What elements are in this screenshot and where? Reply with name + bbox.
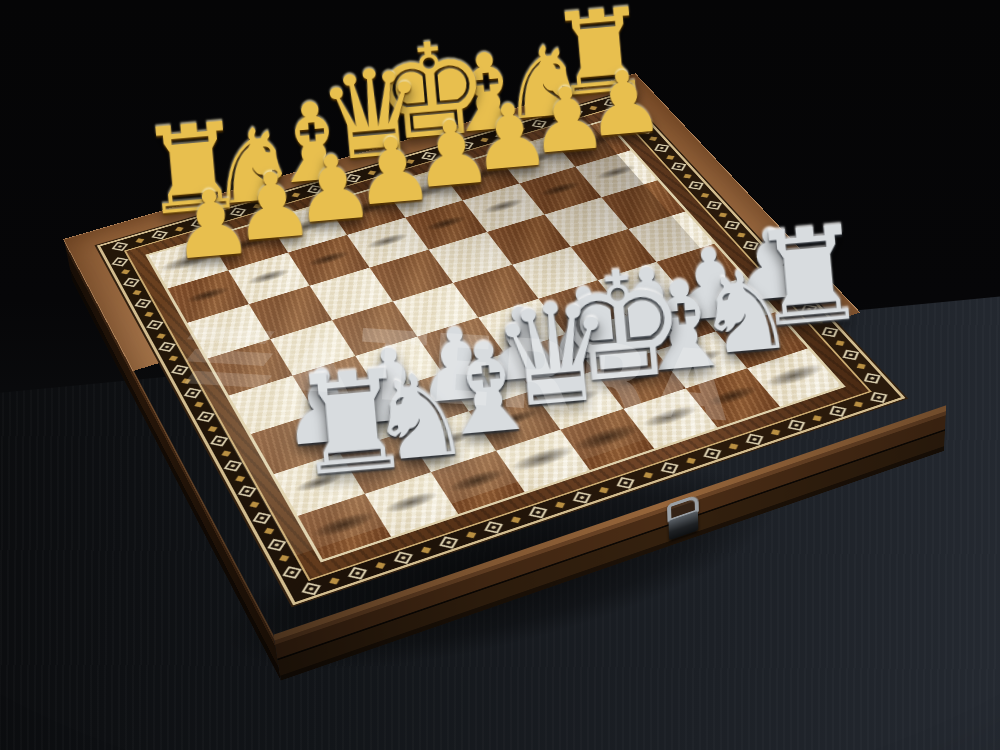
- inlay-diamond-icon: [237, 486, 256, 498]
- inlay-gold-diamond-icon: [853, 401, 862, 407]
- inlay-diamond-icon: [458, 141, 473, 149]
- inlay-gold-diamond-icon: [292, 192, 301, 197]
- inlay-gold-diamond-icon: [235, 476, 245, 482]
- inlay-diamond-icon: [567, 109, 582, 117]
- inlay-gold-diamond-icon: [775, 274, 784, 279]
- inlay-gold-diamond-icon: [815, 318, 824, 323]
- square-a5[interactable]: [208, 339, 293, 395]
- inlay-gold-diamond-icon: [156, 333, 165, 338]
- square-e3[interactable]: [505, 334, 594, 391]
- inlay-gold-diamond-icon: [375, 562, 385, 569]
- inlay-diamond-icon: [724, 221, 740, 230]
- inlay-diamond-icon: [637, 126, 652, 134]
- square-b4[interactable]: [293, 356, 380, 413]
- square-e2[interactable]: [532, 371, 624, 430]
- inlay-gold-diamond-icon: [480, 138, 488, 142]
- inlay-gold-diamond-icon: [683, 174, 691, 179]
- inlay-diamond-icon: [531, 120, 546, 128]
- inlay-diamond-icon: [111, 257, 128, 266]
- inlay-gold-diamond-icon: [718, 213, 726, 218]
- square-c3[interactable]: [380, 373, 469, 432]
- inlay-gold-diamond-icon: [856, 364, 865, 370]
- inlay-gold-diamond-icon: [406, 159, 414, 163]
- inlay-gold-diamond-icon: [168, 356, 177, 361]
- inlay-diamond-icon: [111, 242, 128, 251]
- inlay-diamond-icon: [345, 174, 361, 182]
- inlay-diamond-icon: [421, 152, 437, 160]
- inlay-gold-diamond-icon: [249, 502, 259, 508]
- chess-box: ♜♞♝♛♚♝♞♜♟♟♟♟♟♟♟♟♟♟♟♟♟♟♟♟♜♞♝♛♚♝♞♜: [64, 74, 946, 635]
- square-a1[interactable]: [298, 494, 391, 560]
- inlay-gold-diamond-icon: [135, 238, 144, 243]
- inlay-diamond-icon: [134, 299, 151, 309]
- inlay-diamond-icon: [745, 434, 763, 445]
- inlay-gold-diamond-icon: [737, 233, 746, 238]
- inlay-gold-diamond-icon: [175, 226, 184, 231]
- square-g3[interactable]: [626, 296, 716, 351]
- inlay-diamond-icon: [706, 201, 722, 210]
- square-b3[interactable]: [316, 393, 405, 453]
- square-d1[interactable]: [496, 430, 590, 492]
- inlay-diamond-icon: [761, 262, 777, 271]
- inlay-diamond-icon: [301, 582, 320, 595]
- inlay-diamond-icon: [196, 411, 214, 422]
- square-a4[interactable]: [229, 376, 316, 434]
- inlay-gold-diamond-icon: [649, 137, 657, 141]
- inlay-gold-diamond-icon: [686, 458, 696, 464]
- inlay-gold-diamond-icon: [253, 204, 262, 209]
- square-e1[interactable]: [560, 409, 654, 470]
- inlay-diamond-icon: [821, 327, 838, 337]
- inlay-gold-diamond-icon: [599, 487, 609, 493]
- inlay-gold-diamond-icon: [511, 516, 521, 522]
- inlay-diamond-icon: [688, 181, 704, 190]
- square-f2[interactable]: [594, 351, 686, 409]
- square-d2[interactable]: [469, 391, 560, 451]
- inlay-gold-diamond-icon: [700, 193, 708, 198]
- inlay-diamond-icon: [158, 342, 176, 352]
- inlay-diamond-icon: [146, 320, 163, 330]
- inlay-diamond-icon: [383, 163, 399, 171]
- inlay-gold-diamond-icon: [443, 148, 451, 152]
- inlay-diamond-icon: [671, 163, 686, 171]
- inlay-gold-diamond-icon: [144, 312, 153, 317]
- inlay-gold-diamond-icon: [329, 577, 339, 584]
- inlay-gold-diamond-icon: [421, 546, 431, 553]
- piece-gold-rook[interactable]: ♜: [545, 0, 656, 114]
- square-c2[interactable]: [405, 411, 496, 472]
- inlay-gold-diamond-icon: [589, 106, 597, 110]
- square-f1[interactable]: [623, 388, 717, 448]
- square-h2[interactable]: [716, 312, 808, 368]
- square-c4[interactable]: [355, 337, 442, 394]
- inlay-diamond-icon: [252, 512, 271, 524]
- chess-box-wrapper: ♜♞♝♛♚♝♞♜♟♟♟♟♟♟♟♟♟♟♟♟♟♟♟♟♜♞♝♛♚♝♞♜: [114, 0, 842, 682]
- inlay-diamond-icon: [842, 350, 859, 360]
- inlay-diamond-icon: [829, 406, 846, 417]
- inlay-gold-diamond-icon: [466, 531, 476, 538]
- inlay-gold-diamond-icon: [553, 116, 561, 120]
- inlay-diamond-icon: [170, 365, 188, 375]
- board-frame: ♜♞♝♛♚♝♞♜♟♟♟♟♟♟♟♟♟♟♟♟♟♟♟♟♜♞♝♛♚♝♞♜: [63, 73, 948, 636]
- inlay-diamond-icon: [348, 567, 367, 580]
- inlay-gold-diamond-icon: [214, 215, 223, 220]
- inlay-diamond-icon: [495, 130, 510, 138]
- inlay-diamond-icon: [183, 388, 201, 398]
- square-g2[interactable]: [655, 331, 747, 388]
- square-a3[interactable]: [251, 413, 340, 474]
- inlay-gold-diamond-icon: [666, 155, 674, 159]
- inlay-diamond-icon: [484, 521, 503, 533]
- scene: ♜♞♝♛♚♝♞♜♟♟♟♟♟♟♟♟♟♟♟♟♟♟♟♟♜♞♝♛♚♝♞♜ TERRA: [0, 0, 1000, 750]
- inlay-band: [97, 92, 906, 605]
- square-g1[interactable]: [686, 368, 780, 427]
- inlay-diamond-icon: [307, 185, 323, 193]
- inlay-diamond-icon: [654, 144, 669, 152]
- square-a2[interactable]: [274, 453, 365, 516]
- inlay-gold-diamond-icon: [770, 429, 779, 435]
- inlay-gold-diamond-icon: [221, 451, 231, 457]
- inlay-gold-diamond-icon: [517, 127, 525, 131]
- inlay-diamond-icon: [439, 536, 458, 548]
- square-c1[interactable]: [431, 451, 525, 514]
- inlay-diamond-icon: [801, 305, 817, 315]
- inlay-diamond-icon: [223, 460, 241, 471]
- inlay-diamond-icon: [151, 230, 168, 239]
- inlay-diamond-icon: [267, 539, 286, 551]
- square-b1[interactable]: [365, 472, 458, 536]
- inlay-gold-diamond-icon: [368, 170, 376, 174]
- inlay-gold-diamond-icon: [643, 472, 653, 478]
- inlay-gold-diamond-icon: [264, 528, 274, 534]
- inlay-gold-diamond-icon: [207, 426, 217, 432]
- inlay-gold-diamond-icon: [121, 270, 130, 275]
- inlay-diamond-icon: [122, 278, 139, 287]
- inlay-diamond-icon: [781, 283, 797, 293]
- square-h1[interactable]: [747, 348, 841, 406]
- inlay-diamond-icon: [394, 551, 413, 563]
- inlay-diamond-icon: [191, 219, 207, 228]
- inlay-diamond-icon: [529, 506, 547, 518]
- inlay-gold-diamond-icon: [794, 296, 803, 301]
- inlay-gold-diamond-icon: [555, 501, 565, 507]
- inlay-diamond-icon: [573, 491, 591, 503]
- inlay-gold-diamond-icon: [181, 379, 191, 385]
- inlay-diamond-icon: [210, 436, 228, 447]
- inlay-diamond-icon: [863, 373, 880, 384]
- inlay-gold-diamond-icon: [132, 290, 141, 295]
- inlay-diamond-icon: [621, 108, 636, 116]
- inlay-diamond-icon: [230, 207, 246, 216]
- inlay-diamond-icon: [282, 566, 301, 579]
- inlay-diamond-icon: [870, 392, 887, 403]
- inlay-diamond-icon: [660, 462, 678, 474]
- square-f3[interactable]: [566, 315, 656, 371]
- inlay-gold-diamond-icon: [632, 119, 640, 123]
- inlay-diamond-icon: [617, 477, 635, 489]
- inlay-gold-diamond-icon: [728, 443, 738, 449]
- inlay-gold-diamond-icon: [279, 555, 289, 562]
- inlay-gold-diamond-icon: [756, 253, 765, 258]
- inlay-diamond-icon: [269, 196, 285, 205]
- inlay-diamond-icon: [742, 241, 758, 250]
- inlay-gold-diamond-icon: [330, 181, 339, 186]
- square-d3[interactable]: [443, 353, 532, 411]
- inlay-gold-diamond-icon: [194, 402, 204, 408]
- inlay-gold-diamond-icon: [812, 415, 821, 421]
- inlay-gold-diamond-icon: [835, 341, 844, 347]
- inlay-diamond-icon: [703, 448, 721, 459]
- inlay-diamond-icon: [787, 420, 804, 431]
- square-b2[interactable]: [340, 432, 431, 494]
- square-d4[interactable]: [417, 318, 504, 374]
